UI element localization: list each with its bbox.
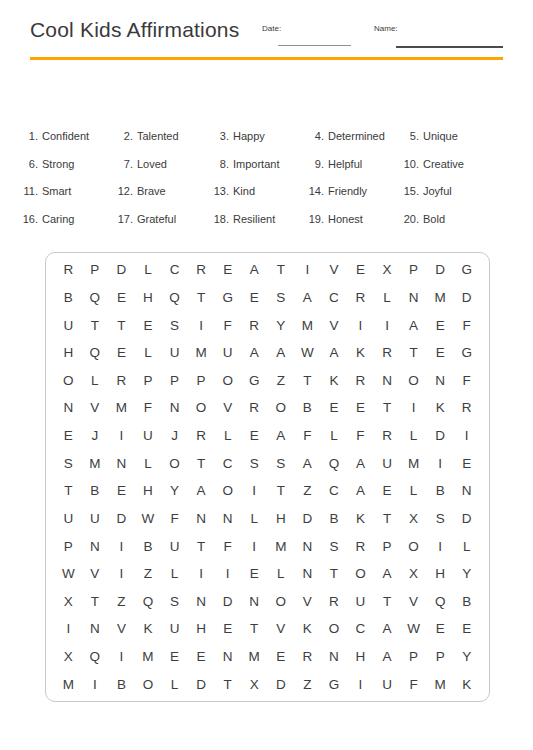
word-number: 5. (400, 129, 419, 143)
grid-cell[interactable]: O (161, 449, 188, 477)
grid-cell[interactable]: M (82, 449, 109, 477)
grid-cell[interactable]: S (321, 532, 348, 560)
grid-cell[interactable]: J (161, 422, 188, 450)
grid-cell[interactable]: E (453, 615, 480, 643)
grid-cell[interactable]: N (188, 588, 215, 616)
grid-cell[interactable]: Z (135, 560, 162, 588)
grid-cell[interactable]: T (188, 284, 215, 312)
word-text: Determined (328, 130, 385, 142)
word-number: 16. (19, 212, 38, 226)
grid-cell[interactable]: D (453, 284, 480, 312)
grid-cell[interactable]: K (453, 670, 480, 698)
grid-cell[interactable]: N (294, 560, 321, 588)
grid-cell[interactable]: T (294, 367, 321, 395)
grid-cell[interactable]: I (108, 643, 135, 671)
grid-cell[interactable]: R (188, 422, 215, 450)
grid-cell[interactable]: L (453, 532, 480, 560)
grid-cell[interactable]: U (161, 339, 188, 367)
grid-cell[interactable]: N (82, 532, 109, 560)
grid-cell[interactable]: S (268, 449, 295, 477)
grid-cell[interactable]: Z (294, 670, 321, 698)
grid-cell[interactable]: C (214, 449, 241, 477)
grid-cell[interactable]: P (55, 532, 82, 560)
grid-cell[interactable]: E (188, 643, 215, 671)
grid-cell[interactable]: O (268, 394, 295, 422)
grid-cell[interactable]: D (453, 505, 480, 533)
grid-cell[interactable]: H (427, 560, 454, 588)
grid-cell[interactable]: E (108, 477, 135, 505)
grid-cell[interactable]: U (161, 615, 188, 643)
grid-cell[interactable]: P (400, 643, 427, 671)
grid-cell[interactable]: Q (135, 588, 162, 616)
grid-cell[interactable]: C (321, 477, 348, 505)
page-title: Cool Kids Affirmations (30, 18, 239, 42)
grid-cell[interactable]: L (82, 367, 109, 395)
grid-cell[interactable]: B (55, 284, 82, 312)
grid-cell[interactable]: A (374, 615, 401, 643)
grid-cell[interactable]: T (374, 394, 401, 422)
grid-cell[interactable]: U (347, 588, 374, 616)
grid-cell[interactable]: R (241, 394, 268, 422)
grid-cell[interactable]: A (241, 256, 268, 284)
grid-cell[interactable]: T (374, 505, 401, 533)
grid-cell[interactable]: G (241, 367, 268, 395)
grid-cell[interactable]: D (427, 256, 454, 284)
grid-cell[interactable]: R (241, 311, 268, 339)
grid-cell[interactable]: S (161, 311, 188, 339)
word-text: Joyful (423, 185, 452, 197)
grid-cell[interactable]: E (347, 394, 374, 422)
grid-cell[interactable]: T (241, 615, 268, 643)
grid-cell[interactable]: V (321, 311, 348, 339)
grid-cell[interactable]: F (400, 670, 427, 698)
word-item: 7.Loved (114, 157, 210, 185)
grid-cell[interactable]: C (161, 256, 188, 284)
grid-cell[interactable]: S (241, 449, 268, 477)
grid-cell[interactable]: D (108, 256, 135, 284)
grid-cell[interactable]: J (82, 422, 109, 450)
grid-cell[interactable]: E (374, 477, 401, 505)
grid-cell[interactable]: T (82, 311, 109, 339)
grid-cell[interactable]: N (453, 477, 480, 505)
grid-cell[interactable]: I (108, 422, 135, 450)
grid-cell[interactable]: R (374, 422, 401, 450)
grid-cell[interactable]: A (400, 311, 427, 339)
grid-cell[interactable]: W (135, 505, 162, 533)
grid-cell[interactable]: A (347, 449, 374, 477)
grid-cell[interactable]: I (108, 532, 135, 560)
grid-cell[interactable]: E (268, 643, 295, 671)
grid-cell[interactable]: R (321, 588, 348, 616)
grid-cell[interactable]: Q (82, 643, 109, 671)
grid-cell[interactable]: M (135, 643, 162, 671)
grid-cell[interactable]: G (214, 284, 241, 312)
grid-cell[interactable]: F (347, 422, 374, 450)
grid-cell[interactable]: R (294, 643, 321, 671)
grid-cell[interactable]: T (400, 339, 427, 367)
grid-cell[interactable]: X (55, 643, 82, 671)
grid-cell[interactable]: A (268, 422, 295, 450)
grid-cell[interactable]: T (82, 588, 109, 616)
grid-cell[interactable]: G (453, 339, 480, 367)
grid-cell[interactable]: A (347, 477, 374, 505)
grid-cell[interactable]: S (161, 588, 188, 616)
grid-cell[interactable]: H (188, 615, 215, 643)
grid-cell[interactable]: I (214, 560, 241, 588)
grid-cell[interactable]: U (55, 311, 82, 339)
grid-cell[interactable]: T (268, 477, 295, 505)
grid-cell[interactable]: F (453, 311, 480, 339)
grid-cell[interactable]: U (374, 670, 401, 698)
grid-cell[interactable]: I (347, 670, 374, 698)
word-number: 10. (400, 157, 419, 171)
grid-cell[interactable]: Y (453, 560, 480, 588)
grid-cell[interactable]: E (241, 284, 268, 312)
grid-cell[interactable]: Z (294, 477, 321, 505)
grid-cell[interactable]: D (294, 505, 321, 533)
grid-cell[interactable]: I (82, 670, 109, 698)
grid-cell[interactable]: R (347, 532, 374, 560)
word-item: 14.Friendly (305, 184, 400, 212)
grid-cell[interactable]: M (241, 643, 268, 671)
grid-cell[interactable]: N (82, 615, 109, 643)
grid-cell[interactable]: R (453, 394, 480, 422)
letter-grid: RPDLCREATIVEXPDGBQEHQTGESACRLNMDUTTESIFR… (55, 256, 480, 698)
grid-cell[interactable]: I (427, 449, 454, 477)
grid-cell[interactable]: Q (161, 284, 188, 312)
grid-cell[interactable]: B (427, 477, 454, 505)
date-blank-line (278, 45, 351, 46)
word-item: 10.Creative (400, 157, 464, 185)
word-text: Kind (233, 185, 255, 197)
grid-cell[interactable]: M (268, 532, 295, 560)
grid-cell[interactable]: L (135, 256, 162, 284)
grid-cell[interactable]: I (453, 422, 480, 450)
word-number: 7. (114, 157, 133, 171)
grid-cell[interactable]: X (400, 505, 427, 533)
grid-cell[interactable]: O (400, 532, 427, 560)
grid-cell[interactable]: A (268, 339, 295, 367)
grid-cell[interactable]: A (294, 284, 321, 312)
grid-cell[interactable]: G (321, 670, 348, 698)
grid-cell[interactable]: B (294, 394, 321, 422)
grid-cell[interactable]: K (427, 394, 454, 422)
word-item: 1.Confident (19, 129, 114, 157)
grid-cell[interactable]: E (241, 422, 268, 450)
grid-cell[interactable]: F (214, 311, 241, 339)
grid-cell[interactable]: X (400, 560, 427, 588)
grid-cell[interactable]: M (188, 339, 215, 367)
word-number: 1. (19, 129, 38, 143)
grid-cell[interactable]: S (55, 449, 82, 477)
grid-cell[interactable]: U (55, 505, 82, 533)
word-text: Brave (137, 185, 166, 197)
grid-cell[interactable]: K (347, 505, 374, 533)
grid-cell[interactable]: U (135, 422, 162, 450)
grid-cell[interactable]: O (135, 670, 162, 698)
word-item: 16.Caring (19, 212, 114, 240)
grid-cell[interactable]: E (214, 256, 241, 284)
grid-cell[interactable]: L (214, 422, 241, 450)
grid-cell[interactable]: F (214, 532, 241, 560)
grid-cell[interactable]: A (321, 339, 348, 367)
grid-cell[interactable]: Y (453, 643, 480, 671)
grid-cell[interactable]: T (374, 588, 401, 616)
word-text: Grateful (137, 213, 176, 225)
grid-cell[interactable]: M (55, 670, 82, 698)
grid-cell[interactable]: F (135, 394, 162, 422)
grid-cell[interactable]: B (82, 477, 109, 505)
grid-cell[interactable]: M (427, 284, 454, 312)
grid-cell[interactable]: B (135, 532, 162, 560)
grid-cell[interactable]: A (374, 643, 401, 671)
grid-cell[interactable]: R (347, 367, 374, 395)
grid-cell[interactable]: V (108, 615, 135, 643)
grid-cell[interactable]: P (188, 367, 215, 395)
grid-cell[interactable]: C (347, 615, 374, 643)
grid-cell[interactable]: E (161, 643, 188, 671)
grid-cell[interactable]: Z (108, 588, 135, 616)
grid-cell[interactable]: U (214, 339, 241, 367)
grid-cell[interactable]: L (400, 477, 427, 505)
grid-cell[interactable]: O (400, 367, 427, 395)
grid-cell[interactable]: S (427, 505, 454, 533)
grid-cell[interactable]: V (82, 560, 109, 588)
grid-cell[interactable]: U (82, 505, 109, 533)
worksheet-page: Cool Kids Affirmations Date: Name: 1.Con… (0, 0, 533, 750)
grid-cell[interactable]: R (347, 284, 374, 312)
name-label: Name: (374, 24, 398, 33)
grid-cell[interactable]: E (427, 339, 454, 367)
grid-cell[interactable]: A (374, 560, 401, 588)
grid-cell[interactable]: L (135, 449, 162, 477)
grid-cell[interactable]: Z (268, 367, 295, 395)
grid-cell[interactable]: P (374, 532, 401, 560)
grid-cell[interactable]: I (188, 311, 215, 339)
grid-cell[interactable]: K (347, 339, 374, 367)
grid-cell[interactable]: O (268, 588, 295, 616)
grid-cell[interactable]: I (241, 477, 268, 505)
word-text: Creative (423, 158, 464, 170)
grid-cell[interactable]: F (453, 367, 480, 395)
grid-cell[interactable]: N (214, 505, 241, 533)
grid-cell[interactable]: T (108, 311, 135, 339)
grid-cell[interactable]: L (374, 284, 401, 312)
grid-cell[interactable]: D (188, 670, 215, 698)
word-item: 2.Talented (114, 129, 210, 157)
grid-cell[interactable]: A (294, 449, 321, 477)
grid-cell[interactable]: K (294, 615, 321, 643)
grid-cell[interactable]: I (374, 311, 401, 339)
grid-cell[interactable]: E (427, 615, 454, 643)
grid-cell[interactable]: T (321, 560, 348, 588)
grid-cell[interactable]: X (374, 256, 401, 284)
grid-cell[interactable]: H (268, 505, 295, 533)
grid-cell[interactable]: F (161, 505, 188, 533)
grid-cell[interactable]: W (400, 615, 427, 643)
grid-cell[interactable]: N (321, 643, 348, 671)
grid-cell[interactable]: P (427, 643, 454, 671)
grid-cell[interactable]: O (321, 615, 348, 643)
grid-cell[interactable]: O (55, 367, 82, 395)
grid-cell[interactable]: O (347, 560, 374, 588)
grid-cell[interactable]: B (321, 505, 348, 533)
grid-cell[interactable]: T (188, 449, 215, 477)
word-item: 18.Resilient (210, 212, 305, 240)
grid-cell[interactable]: H (55, 339, 82, 367)
word-text: Resilient (233, 213, 275, 225)
grid-cell[interactable]: R (55, 256, 82, 284)
grid-cell[interactable]: N (55, 394, 82, 422)
grid-cell[interactable]: Q (427, 588, 454, 616)
grid-cell[interactable]: A (241, 339, 268, 367)
grid-cell[interactable]: L (135, 339, 162, 367)
grid-cell[interactable]: E (108, 339, 135, 367)
grid-cell[interactable]: P (400, 256, 427, 284)
grid-cell[interactable]: E (214, 615, 241, 643)
grid-cell[interactable]: E (135, 311, 162, 339)
grid-cell[interactable]: L (161, 670, 188, 698)
word-text: Strong (42, 158, 74, 170)
grid-cell[interactable]: R (374, 339, 401, 367)
grid-cell[interactable]: W (294, 339, 321, 367)
grid-cell[interactable]: L (321, 422, 348, 450)
grid-cell[interactable]: F (294, 422, 321, 450)
word-text: Smart (42, 185, 71, 197)
grid-cell[interactable]: N (108, 449, 135, 477)
grid-cell[interactable]: E (241, 560, 268, 588)
word-number: 19. (305, 212, 324, 226)
grid-cell[interactable]: V (82, 394, 109, 422)
word-text: Friendly (328, 185, 367, 197)
grid-cell[interactable]: N (188, 505, 215, 533)
grid-cell[interactable]: B (108, 670, 135, 698)
word-number: 11. (19, 184, 38, 198)
grid-cell[interactable]: U (161, 532, 188, 560)
grid-cell[interactable]: I (55, 615, 82, 643)
grid-cell[interactable]: L (161, 560, 188, 588)
grid-cell[interactable]: E (55, 422, 82, 450)
grid-cell[interactable]: M (400, 449, 427, 477)
word-item: 12.Brave (114, 184, 210, 212)
grid-cell[interactable]: I (241, 532, 268, 560)
grid-cell[interactable]: D (214, 588, 241, 616)
word-text: Helpful (328, 158, 362, 170)
grid-cell[interactable]: D (108, 505, 135, 533)
grid-cell[interactable]: O (188, 394, 215, 422)
grid-cell[interactable]: T (268, 256, 295, 284)
word-item: 11.Smart (19, 184, 114, 212)
grid-cell[interactable]: A (188, 477, 215, 505)
grid-cell[interactable]: P (161, 367, 188, 395)
date-label: Date: (262, 24, 281, 33)
grid-cell[interactable]: L (268, 560, 295, 588)
word-text: Loved (137, 158, 167, 170)
grid-cell[interactable]: M (294, 311, 321, 339)
grid-cell[interactable]: H (135, 477, 162, 505)
word-item: 19.Honest (305, 212, 400, 240)
grid-cell[interactable]: I (294, 256, 321, 284)
word-text: Confident (42, 130, 89, 142)
grid-cell[interactable]: T (188, 532, 215, 560)
grid-cell[interactable]: I (188, 560, 215, 588)
grid-cell[interactable]: N (214, 643, 241, 671)
word-number: 17. (114, 212, 133, 226)
grid-cell[interactable]: Q (82, 284, 109, 312)
word-text: Unique (423, 130, 458, 142)
grid-cell[interactable]: C (321, 284, 348, 312)
grid-cell[interactable]: X (55, 588, 82, 616)
grid-cell[interactable]: D (268, 670, 295, 698)
grid-cell[interactable]: E (108, 284, 135, 312)
grid-cell[interactable]: L (400, 422, 427, 450)
grid-cell[interactable]: V (214, 394, 241, 422)
grid-cell[interactable]: N (400, 284, 427, 312)
grid-cell[interactable]: G (453, 256, 480, 284)
grid-cell[interactable]: R (188, 256, 215, 284)
grid-cell[interactable]: H (347, 643, 374, 671)
grid-cell[interactable]: M (427, 670, 454, 698)
grid-cell[interactable]: P (82, 256, 109, 284)
grid-cell[interactable]: Y (268, 311, 295, 339)
grid-cell[interactable]: B (453, 588, 480, 616)
grid-cell[interactable]: Q (82, 339, 109, 367)
grid-cell[interactable]: N (294, 532, 321, 560)
grid-cell[interactable]: X (241, 670, 268, 698)
grid-cell[interactable]: I (400, 394, 427, 422)
grid-cell[interactable]: E (427, 311, 454, 339)
grid-cell[interactable]: V (400, 588, 427, 616)
grid-cell[interactable]: Y (161, 477, 188, 505)
grid-cell[interactable]: T (214, 670, 241, 698)
word-number: 12. (114, 184, 133, 198)
grid-cell[interactable]: E (321, 394, 348, 422)
grid-cell[interactable]: H (135, 284, 162, 312)
word-item: 13.Kind (210, 184, 305, 212)
grid-cell[interactable]: S (268, 284, 295, 312)
grid-cell[interactable]: O (214, 367, 241, 395)
grid-cell[interactable]: N (161, 394, 188, 422)
word-text: Caring (42, 213, 74, 225)
grid-cell[interactable]: O (214, 477, 241, 505)
grid-cell[interactable]: I (108, 560, 135, 588)
grid-cell[interactable]: N (374, 367, 401, 395)
grid-cell[interactable]: R (108, 367, 135, 395)
grid-cell[interactable]: Q (321, 449, 348, 477)
word-text: Honest (328, 213, 363, 225)
grid-cell[interactable]: W (55, 560, 82, 588)
grid-cell[interactable]: K (321, 367, 348, 395)
grid-cell[interactable]: K (135, 615, 162, 643)
grid-cell[interactable]: P (135, 367, 162, 395)
grid-cell[interactable]: E (453, 449, 480, 477)
grid-cell[interactable]: E (347, 256, 374, 284)
grid-cell[interactable]: L (241, 505, 268, 533)
word-number: 4. (305, 129, 324, 143)
grid-cell[interactable]: T (55, 477, 82, 505)
grid-cell[interactable]: I (347, 311, 374, 339)
grid-cell[interactable]: V (294, 588, 321, 616)
grid-cell[interactable]: M (108, 394, 135, 422)
word-item: 8.Important (210, 157, 305, 185)
grid-cell[interactable]: V (321, 256, 348, 284)
grid-cell[interactable]: D (427, 422, 454, 450)
grid-cell[interactable]: I (427, 532, 454, 560)
grid-cell[interactable]: V (268, 615, 295, 643)
grid-cell[interactable]: U (374, 449, 401, 477)
grid-cell[interactable]: N (427, 367, 454, 395)
grid-cell[interactable]: N (241, 588, 268, 616)
